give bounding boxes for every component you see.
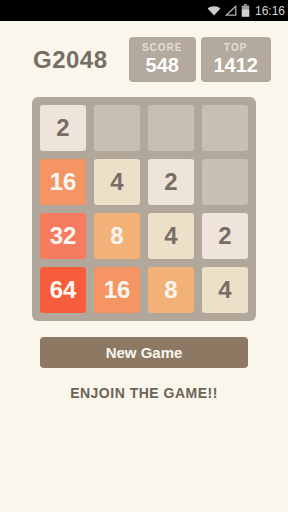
tile-32: 32 [40, 213, 86, 259]
new-game-button[interactable]: New Game [40, 337, 248, 368]
score-label: SCORE [142, 42, 183, 54]
tile-64: 64 [40, 267, 86, 313]
empty-cell [148, 105, 194, 151]
tile-4: 4 [94, 159, 140, 205]
score-boxes: SCORE 548 TOP 1412 [129, 37, 271, 82]
score-box: SCORE 548 [129, 37, 196, 82]
tile-4: 4 [148, 213, 194, 259]
tile-2: 2 [202, 213, 248, 259]
tile-4: 4 [202, 267, 248, 313]
header: G2048 SCORE 548 TOP 1412 [0, 21, 288, 82]
tile-16: 16 [94, 267, 140, 313]
tile-2: 2 [148, 159, 194, 205]
tile-2: 2 [40, 105, 86, 151]
clock: 16:16 [254, 5, 285, 17]
top-score-label: TOP [214, 42, 259, 54]
empty-cell [94, 105, 140, 151]
score-value: 548 [142, 54, 183, 76]
footer-message: ENJOIN THE GAME!! [0, 385, 288, 401]
tile-8: 8 [148, 267, 194, 313]
wifi-icon [207, 5, 221, 16]
tile-8: 8 [94, 213, 140, 259]
signal-icon [225, 5, 237, 16]
board[interactable]: 2164232842641684 [32, 97, 256, 321]
top-score-box: TOP 1412 [201, 37, 272, 82]
battery-icon [241, 4, 250, 17]
tile-16: 16 [40, 159, 86, 205]
app-title: G2048 [33, 46, 108, 74]
status-bar: 16:16 [0, 0, 288, 21]
empty-cell [202, 159, 248, 205]
empty-cell [202, 105, 248, 151]
top-score-value: 1412 [214, 54, 259, 76]
